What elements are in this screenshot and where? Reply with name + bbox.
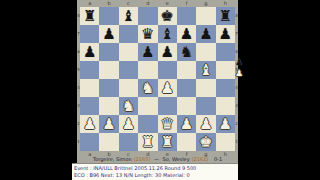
square-c2[interactable]: ♟ [119,115,138,133]
black-bishop-piece: ♝ [122,7,135,25]
square-a7[interactable] [80,25,99,43]
white-pawn-piece: ♟ [83,115,96,133]
square-f7[interactable]: ♟ [177,25,196,43]
white-player-name: Torgeire, Simon [93,156,132,162]
game-result: 0-1 [214,156,222,162]
square-g6[interactable] [196,43,215,61]
rank-label-4: 4 [235,79,238,97]
white-pawn-piece: ♟ [199,115,212,133]
square-g4[interactable] [196,79,215,97]
white-knight-piece: ♞ [141,79,154,97]
white-knight-piece: ♞ [122,97,135,115]
square-a5[interactable] [80,61,99,79]
square-c7[interactable] [119,25,138,43]
white-pawn-piece: ♟ [219,115,232,133]
white-player-rating: (2165) [134,156,151,162]
square-h2[interactable]: ♟ [216,115,235,133]
square-c4[interactable] [119,79,138,97]
square-g8[interactable] [196,7,215,25]
black-rook-piece: ♜ [83,7,96,25]
white-rook-piece: ♜ [160,133,173,151]
chess-board[interactable]: ♜♝♚♜♟♛♝♟♟♟♟♟♟♞♝♞♟♞♟♟♟♛♟♟♟♜♜♚ [80,7,235,151]
square-g3[interactable] [196,97,215,115]
square-b3[interactable] [99,97,118,115]
black-pawn-piece: ♟ [102,25,115,43]
square-d3[interactable] [138,97,157,115]
black-pawn-piece: ♟ [83,43,96,61]
square-e4[interactable]: ♟ [158,79,177,97]
black-pawn-piece: ♟ [141,43,154,61]
black-queen-piece: ♛ [141,25,154,43]
white-queen-piece: ♛ [160,115,173,133]
rank-label-7: 7 [235,25,238,43]
captured-pieces-tray: ♟♟ [233,57,245,78]
square-a1[interactable] [80,133,99,151]
square-h1[interactable] [216,133,235,151]
file-label-a: a [80,0,99,7]
square-f2[interactable]: ♟ [177,115,196,133]
square-c3[interactable]: ♞ [119,97,138,115]
square-d8[interactable] [138,7,157,25]
black-rook-piece: ♜ [219,7,232,25]
square-e3[interactable] [158,97,177,115]
square-b1[interactable] [99,133,118,151]
square-h3[interactable] [216,97,235,115]
square-f8[interactable] [177,7,196,25]
rank-label-8: 8 [235,7,238,25]
square-b5[interactable] [99,61,118,79]
square-g1[interactable]: ♚ [196,133,215,151]
square-g5[interactable]: ♝ [196,61,215,79]
white-pawn-piece: ♟ [102,115,115,133]
black-pawn-piece: ♟ [160,43,173,61]
square-f6[interactable]: ♞ [177,43,196,61]
square-e5[interactable] [158,61,177,79]
square-a2[interactable]: ♟ [80,115,99,133]
square-b8[interactable] [99,7,118,25]
square-b7[interactable]: ♟ [99,25,118,43]
rank-labels-right: 87654321 [235,7,238,151]
square-h8[interactable]: ♜ [216,7,235,25]
square-h7[interactable]: ♟ [216,25,235,43]
square-c5[interactable] [119,61,138,79]
vs-separator: — [154,156,159,162]
stats-line: ECO : B96 Next: 13 N/N Length: 30 Materi… [74,172,236,179]
white-pawn-piece: ♟ [160,79,173,97]
event-line: Event : INA/ULL Brittnel 2005.11.26 Roun… [74,165,236,172]
square-g7[interactable]: ♟ [196,25,215,43]
square-e2[interactable]: ♛ [158,115,177,133]
square-a4[interactable] [80,79,99,97]
rank-label-1: 1 [235,133,238,151]
white-king-piece: ♚ [199,133,212,151]
file-label-f: f [177,0,196,7]
black-player-name: So, Wesley [162,156,189,162]
captured-black-pawn-icon: ♟ [235,57,243,67]
file-label-h: h [216,0,235,7]
file-label-d: d [138,0,157,7]
square-b6[interactable] [99,43,118,61]
square-e8[interactable]: ♚ [158,7,177,25]
video-frame: abcdefgh 87654321 ♜♝♚♜♟♛♝♟♟♟♟♟♟♞♝♞♟♞♟♟♟♛… [0,0,320,180]
square-f1[interactable] [177,133,196,151]
square-d4[interactable]: ♞ [138,79,157,97]
file-labels-top: abcdefgh [80,0,235,7]
white-bishop-piece: ♝ [199,61,212,79]
square-e7[interactable]: ♝ [158,25,177,43]
square-f4[interactable] [177,79,196,97]
white-pawn-piece: ♟ [122,115,135,133]
black-player-rating: (2161) [192,156,209,162]
square-f5[interactable] [177,61,196,79]
square-h4[interactable] [216,79,235,97]
square-c6[interactable] [119,43,138,61]
square-d1[interactable]: ♜ [138,133,157,151]
square-g2[interactable]: ♟ [196,115,215,133]
black-pawn-piece: ♟ [180,25,193,43]
square-a3[interactable] [80,97,99,115]
rank-label-2: 2 [235,115,238,133]
black-king-piece: ♚ [160,7,173,25]
square-a8[interactable]: ♜ [80,7,99,25]
white-rook-piece: ♜ [141,133,154,151]
square-f3[interactable] [177,97,196,115]
square-d6[interactable]: ♟ [138,43,157,61]
game-info-panel: Event : INA/ULL Brittnel 2005.11.26 Roun… [72,163,238,180]
black-knight-piece: ♞ [180,43,193,61]
rank-label-3: 3 [235,97,238,115]
file-label-b: b [99,0,118,7]
square-c8[interactable]: ♝ [119,7,138,25]
black-pawn-piece: ♟ [219,25,232,43]
chess-board-frame: abcdefgh 87654321 ♜♝♚♜♟♛♝♟♟♟♟♟♟♞♝♞♟♞♟♟♟♛… [77,0,238,163]
square-d2[interactable] [138,115,157,133]
captured-white-pawn-icon: ♟ [235,68,243,78]
square-b2[interactable]: ♟ [99,115,118,133]
white-pawn-piece: ♟ [180,115,193,133]
square-a6[interactable]: ♟ [80,43,99,61]
file-label-c: c [119,0,138,7]
square-e1[interactable]: ♜ [158,133,177,151]
square-b4[interactable] [99,79,118,97]
square-d5[interactable] [138,61,157,79]
file-label-g: g [196,0,215,7]
square-e6[interactable]: ♟ [158,43,177,61]
file-label-e: e [158,0,177,7]
square-d7[interactable]: ♛ [138,25,157,43]
square-c1[interactable] [119,133,138,151]
black-bishop-piece: ♝ [160,25,173,43]
black-pawn-piece: ♟ [199,25,212,43]
players-line: Torgeire, Simon(2165) — So, Wesley(2161)… [77,156,238,163]
